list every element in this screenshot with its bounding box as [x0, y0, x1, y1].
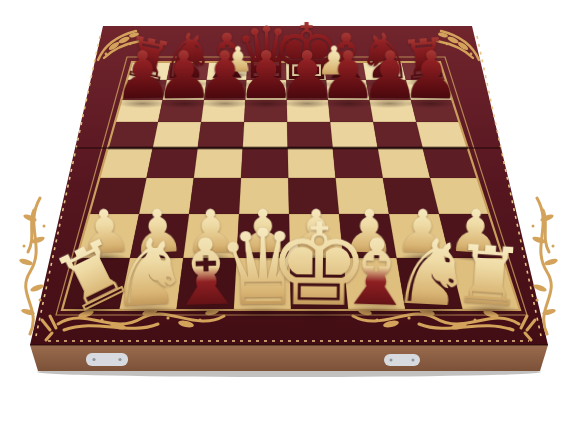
piece-cream-rook-h1: ♜: [453, 236, 525, 316]
chess-set-photo: ♜♞♝♛♚♝♞♜♟♟♟♟♟♟♟♟♟♟♟♟♟♟♟♟♜♞♝♛♚♝♞♜♟♟: [0, 0, 577, 433]
piece-glyph: ♜: [450, 234, 527, 319]
piece-glyph: ♟: [401, 42, 461, 109]
pieces-layer: ♜♞♝♛♚♝♞♜♟♟♟♟♟♟♟♟♟♟♟♟♟♟♟♟♜♞♝♛♚♝♞♜♟♟: [0, 0, 577, 433]
piece-red-pawn-h7: ♟: [401, 43, 460, 109]
